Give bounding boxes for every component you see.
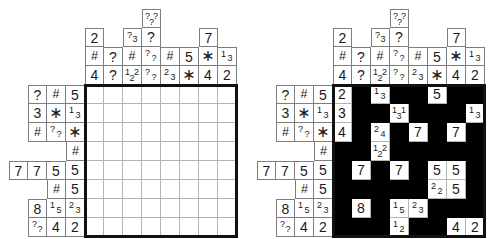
outside-clue-cell: ?? — [295, 123, 314, 142]
empty-space — [9, 180, 28, 199]
outside-clue-cell: ?? — [276, 218, 295, 237]
empty-space — [47, 142, 66, 161]
clue-glyph: ∗ — [180, 66, 198, 84]
shaded-cell — [390, 180, 409, 199]
empty-space — [47, 66, 66, 85]
outside-clue-cell: ??? — [390, 9, 409, 28]
clue-glyph: 2 — [412, 201, 417, 210]
empty-space — [295, 47, 314, 66]
clue-glyph: ? — [29, 86, 46, 103]
tapa-clue-cell: 23 — [409, 199, 428, 218]
clue-glyph: 2 — [382, 144, 387, 153]
outside-clue-cell: ∗ — [428, 66, 447, 85]
empty-space — [257, 123, 276, 142]
puzzle-cell[interactable] — [199, 161, 218, 180]
empty-space — [295, 142, 314, 161]
clue-glyph: 3 — [170, 73, 175, 82]
clue-glyph: # — [371, 47, 389, 65]
puzzle-cell[interactable] — [218, 199, 237, 218]
clue-glyph: 1 — [401, 106, 406, 115]
clue-glyph: 7 — [409, 123, 427, 141]
clue-glyph: # — [123, 47, 141, 65]
clue-glyph: 3 — [380, 35, 385, 44]
clue-glyph: 1 — [469, 106, 474, 115]
clue-glyph: ? — [304, 130, 309, 139]
shaded-cell — [447, 199, 466, 218]
empty-space — [161, 28, 180, 47]
puzzle-cell[interactable] — [104, 180, 123, 199]
clue-glyph: 5 — [314, 161, 332, 179]
clue-glyph: # — [409, 48, 427, 65]
empty-space — [9, 28, 28, 47]
puzzle-cell[interactable] — [218, 85, 237, 104]
puzzle-cell[interactable] — [218, 142, 237, 161]
clue-glyph: ? — [399, 54, 404, 63]
puzzle-cell[interactable] — [199, 199, 218, 218]
clue-glyph: # — [86, 47, 103, 65]
empty-space — [85, 9, 104, 28]
puzzle-cell[interactable] — [218, 104, 237, 123]
puzzle-cell[interactable] — [199, 180, 218, 199]
puzzle-cell[interactable] — [218, 123, 237, 142]
clue-glyph: 3 — [418, 206, 423, 215]
puzzle-cell[interactable] — [104, 161, 123, 180]
clue-glyph: 5 — [47, 162, 65, 179]
outside-clue-cell: 7 — [257, 161, 276, 180]
outside-clue-cell: 7 — [447, 28, 466, 47]
clue-glyph: 4 — [447, 66, 465, 84]
outside-clue-cell: ?? — [47, 123, 66, 142]
empty-space — [333, 9, 352, 28]
clue-glyph: 1 — [393, 220, 398, 229]
empty-space — [352, 28, 371, 47]
puzzle-cell[interactable] — [142, 85, 161, 104]
puzzle-cell[interactable] — [142, 123, 161, 142]
outside-clue-cell: 5 — [295, 161, 314, 180]
puzzle-cell[interactable] — [161, 123, 180, 142]
clue-glyph: 2 — [134, 68, 139, 77]
shaded-cell — [428, 218, 447, 237]
puzzle-cell[interactable] — [123, 85, 142, 104]
shaded-cell — [409, 104, 428, 123]
outside-clue-cell: 13 — [466, 47, 485, 66]
outside-clue-cell: 2 — [218, 66, 237, 85]
outside-clue-cell: ∗ — [66, 123, 85, 142]
clue-glyph: ? — [127, 31, 132, 40]
puzzle-cell[interactable] — [123, 180, 142, 199]
outside-clue-cell: 23 — [409, 66, 428, 85]
puzzle-cell[interactable] — [199, 142, 218, 161]
outside-clue-cell: 13 — [314, 104, 333, 123]
puzzle-cell[interactable] — [180, 161, 199, 180]
puzzle-cell[interactable] — [199, 123, 218, 142]
puzzle-cell[interactable] — [85, 180, 104, 199]
clue-glyph: ? — [104, 66, 122, 84]
tapa-clue-cell: 5 — [428, 161, 447, 180]
puzzle-cell[interactable] — [199, 104, 218, 123]
empty-space — [409, 28, 428, 47]
outside-clue-cell: # — [371, 47, 390, 66]
outside-clue-cell: 5 — [180, 47, 199, 66]
tapa-clue-cell: 7 — [390, 161, 409, 180]
clue-glyph: ∗ — [447, 47, 465, 65]
outside-clue-cell: 122 — [123, 66, 142, 85]
clue-glyph: 4 — [334, 66, 351, 84]
empty-space — [66, 9, 85, 28]
clue-glyph: # — [277, 123, 294, 141]
empty-space — [218, 9, 237, 28]
outside-clue-cell: 5 — [314, 180, 333, 199]
empty-space — [257, 47, 276, 66]
outside-clue-cell: # — [123, 47, 142, 66]
tapa-clue-cell: 2 — [333, 85, 352, 104]
clue-glyph: ? — [151, 73, 156, 82]
puzzle-cell[interactable] — [180, 85, 199, 104]
shaded-cell — [333, 142, 352, 161]
clue-glyph: 3 — [227, 54, 232, 63]
puzzle-cell[interactable] — [123, 199, 142, 218]
clue-glyph: 5 — [428, 85, 446, 103]
clue-glyph: 8 — [29, 200, 46, 217]
clue-glyph: 2 — [333, 85, 351, 103]
puzzle-cell[interactable] — [85, 218, 104, 237]
puzzle-cell[interactable] — [161, 218, 180, 237]
clue-glyph: ∗ — [47, 104, 65, 122]
clue-glyph: 1 — [50, 201, 55, 210]
empty-space — [257, 104, 276, 123]
clue-glyph: 1 — [469, 50, 474, 59]
clue-glyph: 1 — [298, 201, 303, 210]
outside-clue-cell: 7 — [276, 161, 295, 180]
clue-glyph: 5 — [447, 180, 465, 198]
empty-space — [9, 218, 28, 237]
clue-glyph: ? — [56, 130, 61, 139]
tapa-clue-cell: 122 — [371, 142, 390, 161]
clue-glyph: 4 — [447, 218, 465, 236]
puzzle-cell[interactable] — [104, 85, 123, 104]
clue-glyph: ? — [352, 48, 370, 65]
puzzle-cell[interactable] — [85, 161, 104, 180]
empty-space — [9, 85, 28, 104]
empty-space — [257, 218, 276, 237]
clue-glyph: # — [48, 180, 65, 198]
tapa-clue-cell: 12 — [390, 218, 409, 237]
clue-glyph: ? — [145, 49, 150, 58]
puzzle-cell[interactable] — [142, 218, 161, 237]
shaded-cell — [466, 161, 485, 180]
tapa-clue-cell: 7 — [352, 161, 371, 180]
puzzle-cell[interactable] — [85, 123, 104, 142]
clue-glyph: ∗ — [199, 47, 217, 65]
clue-glyph: 3 — [75, 111, 80, 120]
clue-glyph: # — [296, 180, 313, 198]
clue-glyph: # — [29, 123, 46, 141]
empty-space — [447, 9, 466, 28]
outside-clue-cell: ?? — [390, 47, 409, 66]
shaded-cell — [352, 85, 371, 104]
empty-space — [257, 85, 276, 104]
clue-glyph: 7 — [258, 162, 275, 179]
tapa-clue-cell: 8 — [352, 199, 371, 218]
puzzle-cell[interactable] — [161, 180, 180, 199]
shaded-cell — [333, 218, 352, 237]
outside-clue-cell: ?3 — [371, 28, 390, 47]
empty-space — [276, 66, 295, 85]
puzzle-cell[interactable] — [180, 180, 199, 199]
puzzle-cell[interactable] — [161, 199, 180, 218]
empty-space — [428, 9, 447, 28]
clue-glyph: # — [161, 48, 179, 65]
clue-glyph: ? — [393, 49, 398, 58]
outside-clue-cell: ? — [104, 47, 123, 66]
puzzle-cell[interactable] — [161, 161, 180, 180]
outside-clue-cell: ? — [276, 85, 295, 104]
tapa-clue-cell: 15 — [390, 199, 409, 218]
puzzle-cell[interactable] — [180, 104, 199, 123]
outside-clue-cell: 5 — [314, 161, 333, 180]
outside-clue-cell: 5 — [47, 161, 66, 180]
empty-space — [276, 9, 295, 28]
clue-glyph: 5 — [428, 161, 446, 179]
clue-glyph: 7 — [448, 29, 465, 46]
puzzle-cell[interactable] — [199, 218, 218, 237]
shaded-cell — [409, 85, 428, 104]
puzzle-cell[interactable] — [85, 199, 104, 218]
empty-space — [28, 180, 47, 199]
empty-space — [47, 28, 66, 47]
outside-clue-cell: 8 — [28, 199, 47, 218]
puzzle-cell[interactable] — [123, 161, 142, 180]
empty-space — [295, 66, 314, 85]
outside-clue-cell: ?? — [142, 47, 161, 66]
shaded-cell — [409, 218, 428, 237]
outside-clue-cell: 4 — [85, 66, 104, 85]
shaded-cell — [352, 123, 371, 142]
clue-glyph: ? — [32, 220, 37, 229]
outside-clue-cell: ? — [352, 66, 371, 85]
puzzle-cell[interactable] — [218, 180, 237, 199]
outside-clue-cell: 4 — [447, 66, 466, 85]
puzzle-cell[interactable] — [142, 180, 161, 199]
outside-clue-cell: 2 — [314, 218, 333, 237]
puzzle-cell[interactable] — [161, 85, 180, 104]
clue-glyph: ? — [142, 28, 160, 46]
empty-space — [314, 47, 333, 66]
puzzle-cell[interactable] — [142, 161, 161, 180]
shaded-cell — [390, 123, 409, 142]
empty-space — [9, 104, 28, 123]
puzzle-cell[interactable] — [104, 123, 123, 142]
clue-glyph: ? — [399, 73, 404, 82]
outside-clue-cell: 5 — [314, 85, 333, 104]
puzzle-cell[interactable] — [180, 218, 199, 237]
clue-glyph: ? — [390, 28, 408, 46]
clue-glyph: 1 — [221, 50, 226, 59]
empty-space — [352, 9, 371, 28]
outside-clue-cell: ∗ — [180, 66, 199, 85]
clue-glyph: 2 — [437, 187, 442, 196]
puzzle-cell[interactable] — [123, 123, 142, 142]
outside-clue-cell: 5 — [66, 180, 85, 199]
clue-glyph: 3 — [277, 104, 294, 122]
empty-space — [314, 66, 333, 85]
outside-clue-cell: # — [409, 47, 428, 66]
puzzle-cell[interactable] — [142, 104, 161, 123]
empty-space — [257, 180, 276, 199]
empty-space — [314, 9, 333, 28]
shaded-cell — [466, 123, 485, 142]
empty-space — [218, 28, 237, 47]
puzzle-cell[interactable] — [123, 104, 142, 123]
clue-glyph: 7 — [276, 162, 294, 179]
outside-clue-cell: ?3 — [123, 28, 142, 47]
puzzle-cell[interactable] — [104, 142, 123, 161]
outside-clue-cell: ?? — [390, 66, 409, 85]
clue-glyph: 3 — [323, 206, 328, 215]
tapa-clue-cell: 22 — [428, 180, 447, 199]
shaded-cell — [371, 199, 390, 218]
outside-clue-cell: 5 — [428, 47, 447, 66]
puzzle-cell[interactable] — [104, 218, 123, 237]
empty-space — [466, 9, 485, 28]
shaded-cell — [428, 199, 447, 218]
shaded-cell — [371, 180, 390, 199]
empty-space — [276, 28, 295, 47]
shaded-cell — [466, 142, 485, 161]
clue-glyph: ? — [298, 125, 303, 134]
shaded-cell — [466, 85, 485, 104]
outside-clue-cell: 23 — [314, 199, 333, 218]
puzzle-cell[interactable] — [123, 218, 142, 237]
clue-glyph: 2 — [466, 218, 484, 236]
tapa-clue-cell: 5 — [428, 85, 447, 104]
outside-clue-cell: 2 — [466, 66, 485, 85]
puzzle-cell[interactable] — [161, 104, 180, 123]
puzzle-cell[interactable] — [142, 142, 161, 161]
outside-clue-cell: ? — [104, 66, 123, 85]
clue-glyph: 5 — [428, 48, 446, 65]
clue-glyph: 4 — [86, 66, 103, 84]
puzzle-cell[interactable] — [180, 199, 199, 218]
shaded-cell — [428, 123, 447, 142]
clue-glyph: ∗ — [314, 123, 332, 141]
clue-glyph: ? — [104, 48, 122, 65]
outside-clue-cell: ∗ — [295, 104, 314, 123]
clue-glyph: 8 — [352, 199, 370, 217]
empty-space — [66, 47, 85, 66]
outside-clue-cell: # — [333, 47, 352, 66]
clue-glyph: # — [295, 86, 313, 103]
clue-glyph: ? — [145, 68, 150, 77]
shaded-cell — [371, 161, 390, 180]
puzzle-cell[interactable] — [199, 85, 218, 104]
clue-glyph: 5 — [66, 86, 84, 103]
puzzle-cell[interactable] — [180, 142, 199, 161]
shaded-cell — [447, 104, 466, 123]
tapa-clue-cell: 131 — [390, 104, 409, 123]
shaded-cell — [333, 161, 352, 180]
clue-glyph: 5 — [56, 206, 61, 215]
puzzle-panel: ???2?3?7#?#??#5∗134?122??23∗42?#53∗13#??… — [9, 9, 237, 237]
clue-glyph: 7 — [200, 29, 217, 46]
shaded-cell — [428, 142, 447, 161]
outside-clue-cell: # — [295, 180, 314, 199]
puzzle-cell[interactable] — [85, 142, 104, 161]
empty-space — [276, 47, 295, 66]
clue-glyph: ? — [401, 12, 406, 21]
outside-clue-cell: # — [47, 85, 66, 104]
puzzle-cell[interactable] — [104, 104, 123, 123]
clue-glyph: ? — [280, 220, 285, 229]
outside-clue-cell: # — [28, 123, 47, 142]
outside-clue-cell: # — [314, 142, 333, 161]
shaded-cell — [428, 104, 447, 123]
clue-glyph: # — [67, 142, 84, 160]
outside-clue-cell: # — [161, 47, 180, 66]
puzzle-cell[interactable] — [218, 218, 237, 237]
clue-glyph: 3 — [418, 73, 423, 82]
empty-space — [180, 9, 199, 28]
puzzle-cell[interactable] — [218, 161, 237, 180]
clue-glyph: 3 — [475, 111, 480, 120]
clue-glyph: 4 — [380, 130, 385, 139]
shaded-cell — [333, 180, 352, 199]
outside-clue-cell: 3 — [28, 104, 47, 123]
tapa-clue-cell: 13 — [466, 104, 485, 123]
outside-clue-cell: 15 — [295, 199, 314, 218]
outside-clue-cell: 13 — [66, 104, 85, 123]
clue-glyph: 2 — [374, 125, 379, 134]
empty-space — [123, 9, 142, 28]
puzzle-cell[interactable] — [180, 123, 199, 142]
outside-clue-cell: ? — [142, 28, 161, 47]
clue-glyph: 3 — [132, 35, 137, 44]
puzzle-cell[interactable] — [85, 104, 104, 123]
clue-glyph: ∗ — [428, 66, 446, 84]
tapa-clue-cell: 7 — [409, 123, 428, 142]
outside-clue-cell: ??? — [142, 9, 161, 28]
shaded-cell — [409, 161, 428, 180]
empty-space — [257, 66, 276, 85]
clue-glyph: 2 — [399, 225, 404, 234]
outside-clue-cell: ?? — [142, 66, 161, 85]
empty-space — [47, 47, 66, 66]
clue-glyph: 4 — [295, 218, 313, 236]
puzzle-cell[interactable] — [123, 142, 142, 161]
clue-glyph: 7 — [352, 161, 370, 179]
shaded-cell — [352, 104, 371, 123]
clue-glyph: ? — [277, 86, 294, 103]
tapa-clue-cell: 2 — [466, 218, 485, 237]
outside-clue-cell: 3 — [276, 104, 295, 123]
clue-glyph: 5 — [314, 180, 332, 198]
clue-glyph: 2 — [69, 201, 74, 210]
puzzle-cell[interactable] — [85, 85, 104, 104]
shaded-cell — [371, 104, 390, 123]
clue-glyph: 1 — [317, 106, 322, 115]
clue-glyph: 4 — [47, 218, 65, 236]
puzzle-cell[interactable] — [142, 199, 161, 218]
clue-glyph: ? — [393, 68, 398, 77]
outside-clue-cell: 2 — [66, 218, 85, 237]
shaded-cell — [409, 180, 428, 199]
empty-space — [104, 28, 123, 47]
puzzle-cell[interactable] — [104, 199, 123, 218]
puzzle-cell[interactable] — [161, 142, 180, 161]
tapa-clue-cell: 4 — [333, 123, 352, 142]
outside-clue-cell: 7 — [28, 161, 47, 180]
clue-glyph: ? — [285, 225, 290, 234]
